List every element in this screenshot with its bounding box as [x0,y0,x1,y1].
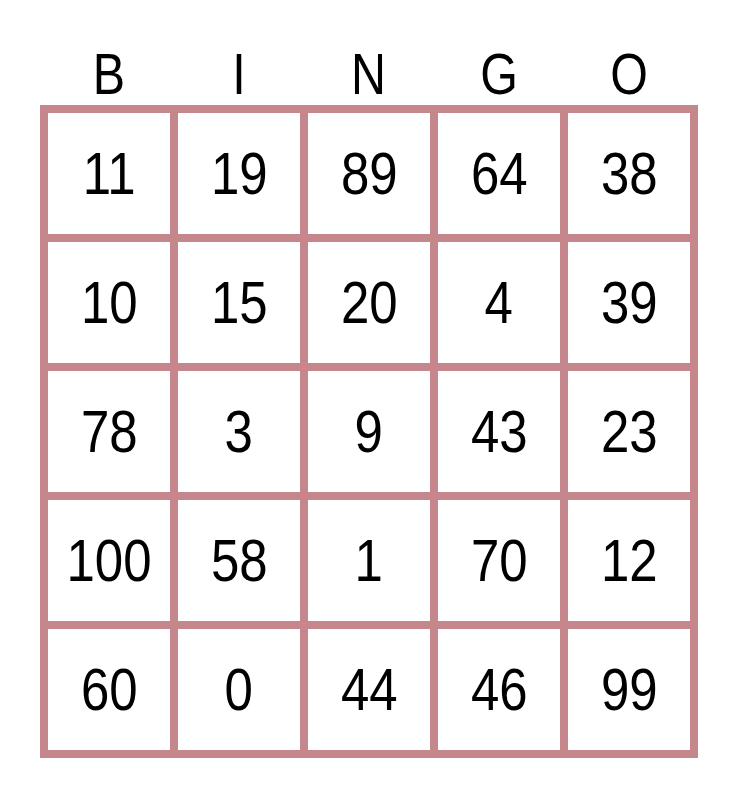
bingo-cell-r3c4[interactable]: 43 [438,371,560,492]
bingo-header-letter-o: O [610,46,648,103]
bingo-cell-number: 12 [601,531,658,591]
bingo-cell-r5c4[interactable]: 46 [438,629,560,750]
bingo-cell-number: 60 [81,660,138,720]
bingo-cell-number: 15 [211,273,268,333]
bingo-cell-number: 46 [471,660,528,720]
bingo-cell-r4c3[interactable]: 1 [308,500,430,621]
bingo-cell-number: 100 [66,531,151,591]
bingo-cell-r3c2[interactable]: 3 [178,371,300,492]
bingo-cell-number: 89 [341,144,398,204]
bingo-board: 1119896438101520439783943231005817012600… [40,105,698,758]
bingo-cell-number: 99 [601,660,658,720]
bingo-cell-number: 38 [601,144,658,204]
bingo-cell-r5c2[interactable]: 0 [178,629,300,750]
bingo-cell-r2c1[interactable]: 10 [48,242,170,363]
bingo-cell-number: 19 [211,144,268,204]
bingo-cell-number: 1 [355,531,383,591]
bingo-header-letter-n: N [351,46,386,103]
bingo-cell-r4c5[interactable]: 12 [568,500,690,621]
bingo-cell-r1c3[interactable]: 89 [308,113,430,234]
bingo-cell-r2c2[interactable]: 15 [178,242,300,363]
bingo-cell-number: 4 [485,273,513,333]
bingo-cell-r1c4[interactable]: 64 [438,113,560,234]
bingo-header-letter-i: I [232,46,245,103]
bingo-cell-r3c3[interactable]: 9 [308,371,430,492]
bingo-cell-r4c4[interactable]: 70 [438,500,560,621]
bingo-cell-r4c1[interactable]: 100 [48,500,170,621]
bingo-cell-number: 43 [471,402,528,462]
bingo-cell-number: 3 [225,402,253,462]
bingo-cell-r3c1[interactable]: 78 [48,371,170,492]
bingo-cell-number: 64 [471,144,528,204]
bingo-cell-r2c4[interactable]: 4 [438,242,560,363]
bingo-cell-r5c3[interactable]: 44 [308,629,430,750]
bingo-cell-number: 58 [211,531,268,591]
bingo-cell-number: 44 [341,660,398,720]
bingo-header-letter-g: G [480,46,518,103]
bingo-cell-number: 78 [81,402,138,462]
bingo-card: BINGO 1119896438101520439783943231005817… [0,0,738,800]
bingo-cell-r1c5[interactable]: 38 [568,113,690,234]
bingo-cell-number: 0 [225,660,253,720]
bingo-cell-number: 9 [355,402,383,462]
bingo-cell-r2c3[interactable]: 20 [308,242,430,363]
bingo-cell-r1c2[interactable]: 19 [178,113,300,234]
bingo-cell-r4c2[interactable]: 58 [178,500,300,621]
bingo-cell-number: 20 [341,273,398,333]
bingo-cell-r2c5[interactable]: 39 [568,242,690,363]
bingo-cell-r5c5[interactable]: 99 [568,629,690,750]
bingo-header-row: BINGO [40,0,698,103]
bingo-cell-number: 70 [471,531,528,591]
bingo-cell-r3c5[interactable]: 23 [568,371,690,492]
bingo-cell-number: 39 [601,273,658,333]
bingo-cell-number: 10 [81,273,138,333]
bingo-cell-number: 11 [83,144,136,204]
bingo-cell-r5c1[interactable]: 60 [48,629,170,750]
bingo-cell-number: 23 [601,402,658,462]
bingo-header-letter-b: B [93,46,125,103]
bingo-cell-r1c1[interactable]: 11 [48,113,170,234]
